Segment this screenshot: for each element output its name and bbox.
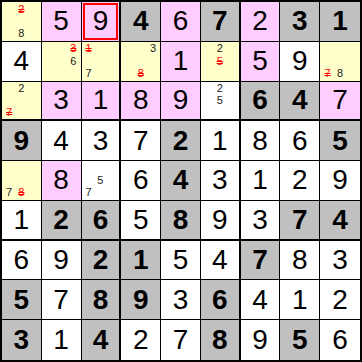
solved-digit: 2 xyxy=(252,7,268,35)
cell-r6c2[interactable]: 2 xyxy=(42,201,82,241)
cell-r4c3[interactable]: 3 xyxy=(82,121,122,161)
solved-digit: 6 xyxy=(332,326,348,354)
pencil-mark: 5 xyxy=(94,174,106,186)
solved-digit: 1 xyxy=(292,286,308,314)
given-digit: 4 xyxy=(332,206,348,234)
cell-r2c5[interactable]: 1 xyxy=(161,42,201,82)
cell-r3c5[interactable]: 9 xyxy=(161,82,201,122)
cell-r4c1[interactable]: 9 xyxy=(2,121,42,161)
cell-r2c3[interactable]: 17 xyxy=(82,42,122,82)
given-digit: 4 xyxy=(173,166,189,194)
cell-r6c7[interactable]: 3 xyxy=(241,201,281,241)
given-digit: 5 xyxy=(292,326,308,354)
cell-r4c2[interactable]: 4 xyxy=(42,121,82,161)
solved-digit: 1 xyxy=(53,326,69,354)
pencil-mark: 6 xyxy=(67,55,79,67)
solved-digit: 9 xyxy=(53,246,69,274)
cell-r7c8[interactable]: 8 xyxy=(280,241,320,281)
given-digit: 6 xyxy=(212,286,228,314)
solved-digit: 3 xyxy=(173,286,189,314)
pencil-marks: 38 xyxy=(122,43,159,80)
solved-digit: 7 xyxy=(53,286,69,314)
cell-r7c7[interactable]: 7 xyxy=(241,241,281,281)
cell-r5c2[interactable]: 8 xyxy=(42,161,82,201)
given-digit: 4 xyxy=(292,86,308,114)
cell-r3c7[interactable]: 6 xyxy=(241,82,281,122)
cell-r9c2[interactable]: 1 xyxy=(42,320,82,360)
given-digit: 3 xyxy=(14,326,30,354)
given-digit: 2 xyxy=(173,127,189,155)
excluded-pencil-mark: 7 xyxy=(3,106,15,118)
excluded-pencil-mark: 3 xyxy=(67,43,79,55)
cell-r1c6[interactable]: 7 xyxy=(201,2,241,42)
solved-digit: 9 xyxy=(292,47,308,75)
solved-digit: 1 xyxy=(212,127,228,155)
excluded-pencil-mark: 8 xyxy=(135,67,147,79)
cell-r6c1[interactable]: 1 xyxy=(2,201,42,241)
solved-digit: 8 xyxy=(53,166,69,194)
excluded-pencil-mark: 2 xyxy=(15,3,27,15)
cell-r2c6[interactable]: 25 xyxy=(201,42,241,82)
cell-r5c4[interactable]: 6 xyxy=(121,161,161,201)
solved-digit: 3 xyxy=(252,206,268,234)
solved-digit: 4 xyxy=(14,47,30,75)
cell-r2c8[interactable]: 9 xyxy=(280,42,320,82)
cell-r3c8[interactable]: 4 xyxy=(280,82,320,122)
cell-r4c4[interactable]: 7 xyxy=(121,121,161,161)
cell-r8c9[interactable]: 2 xyxy=(320,280,360,320)
cell-r6c3[interactable]: 6 xyxy=(82,201,122,241)
cell-r1c1[interactable]: 28 xyxy=(2,2,42,42)
pencil-marks: 57 xyxy=(83,162,119,199)
cell-r1c7[interactable]: 2 xyxy=(241,2,281,42)
pencil-mark: 7 xyxy=(83,187,95,199)
pencil-mark: 2 xyxy=(214,43,226,55)
solved-digit: 3 xyxy=(212,166,228,194)
solved-digit: 5 xyxy=(173,246,189,274)
solved-digit: 5 xyxy=(133,206,149,234)
pencil-marks: 27 xyxy=(3,83,40,119)
cell-r6c6[interactable]: 9 xyxy=(201,201,241,241)
solved-digit: 4 xyxy=(212,246,228,274)
pencil-mark: 7 xyxy=(83,67,95,79)
cell-r3c1[interactable]: 27 xyxy=(2,82,42,122)
cell-r7c6[interactable]: 4 xyxy=(201,241,241,281)
cell-r4c8[interactable]: 6 xyxy=(280,121,320,161)
cell-r5c6[interactable]: 3 xyxy=(201,161,241,201)
cell-r7c1[interactable]: 6 xyxy=(2,241,42,281)
cell-r1c5[interactable]: 6 xyxy=(161,2,201,42)
given-digit: 6 xyxy=(252,86,268,114)
cell-r5c1[interactable]: 78 xyxy=(2,161,42,201)
cell-r9c6[interactable]: 8 xyxy=(201,320,241,360)
cell-r9c9[interactable]: 6 xyxy=(320,320,360,360)
solved-digit: 1 xyxy=(252,166,268,194)
pencil-marks: 25 xyxy=(202,43,238,80)
solved-digit: 1 xyxy=(14,206,30,234)
solved-digit: 5 xyxy=(53,7,69,35)
cell-r5c8[interactable]: 2 xyxy=(280,161,320,201)
cell-r9c5[interactable]: 7 xyxy=(161,320,201,360)
solved-digit: 6 xyxy=(292,127,308,155)
pencil-mark: 7 xyxy=(3,187,15,199)
solved-digit: 7 xyxy=(332,86,348,114)
sudoku-board: 2859467231436173812559782731892564794372… xyxy=(0,0,362,362)
cell-r2c9[interactable]: 78 xyxy=(320,42,360,82)
solved-digit: 3 xyxy=(93,127,109,155)
solved-digit: 8 xyxy=(292,246,308,274)
cell-r6c4[interactable]: 5 xyxy=(121,201,161,241)
given-digit: 1 xyxy=(133,246,149,274)
given-digit: 7 xyxy=(292,206,308,234)
solved-digit: 2 xyxy=(332,286,348,314)
solved-digit: 9 xyxy=(332,166,348,194)
excluded-pencil-mark: 1 xyxy=(83,43,95,55)
given-digit: 2 xyxy=(53,206,69,234)
cell-r8c1[interactable]: 5 xyxy=(2,280,42,320)
given-digit: 3 xyxy=(292,7,308,35)
cell-r5c9[interactable]: 9 xyxy=(320,161,360,201)
cell-r7c5[interactable]: 5 xyxy=(161,241,201,281)
solved-digit: 1 xyxy=(173,47,189,75)
solved-digit: 5 xyxy=(252,47,268,75)
pencil-marks: 36 xyxy=(43,43,80,80)
cell-r7c4[interactable]: 1 xyxy=(121,241,161,281)
cell-r5c3[interactable]: 57 xyxy=(82,161,122,201)
cell-r1c2[interactable]: 5 xyxy=(42,2,82,42)
solved-digit: 2 xyxy=(292,166,308,194)
cell-r9c3[interactable]: 4 xyxy=(82,320,122,360)
cell-r1c9[interactable]: 1 xyxy=(320,2,360,42)
cell-r1c3[interactable]: 9 xyxy=(82,2,122,42)
cell-r4c5[interactable]: 2 xyxy=(161,121,201,161)
pencil-marks: 28 xyxy=(3,3,40,40)
given-digit: 9 xyxy=(14,127,30,155)
cell-r3c6[interactable]: 25 xyxy=(201,82,241,122)
pencil-mark: 3 xyxy=(147,43,159,55)
cell-r4c9[interactable]: 5 xyxy=(320,121,360,161)
cell-r2c7[interactable]: 5 xyxy=(241,42,281,82)
solved-digit: 7 xyxy=(133,127,149,155)
pencil-marks: 78 xyxy=(321,43,359,80)
solved-digit: 9 xyxy=(93,7,109,35)
cell-r7c9[interactable]: 3 xyxy=(320,241,360,281)
solved-digit: 2 xyxy=(133,326,149,354)
cell-r9c1[interactable]: 3 xyxy=(2,320,42,360)
solved-digit: 9 xyxy=(252,326,268,354)
given-digit: 9 xyxy=(133,286,149,314)
solved-digit: 3 xyxy=(53,86,69,114)
cell-r1c8[interactable]: 3 xyxy=(280,2,320,42)
given-digit: 8 xyxy=(173,206,189,234)
given-digit: 7 xyxy=(252,246,268,274)
cell-r8c3[interactable]: 8 xyxy=(82,280,122,320)
pencil-mark: 8 xyxy=(334,67,347,79)
cell-r4c7[interactable]: 8 xyxy=(241,121,281,161)
pencil-mark: 8 xyxy=(15,28,27,40)
cell-r9c4[interactable]: 2 xyxy=(121,320,161,360)
pencil-marks: 25 xyxy=(202,83,238,119)
pencil-marks: 78 xyxy=(3,162,40,199)
solved-digit: 9 xyxy=(173,86,189,114)
cell-r3c4[interactable]: 8 xyxy=(121,82,161,122)
cell-r2c1[interactable]: 4 xyxy=(2,42,42,82)
given-digit: 2 xyxy=(93,246,109,274)
solved-digit: 9 xyxy=(212,206,228,234)
cell-r5c7[interactable]: 1 xyxy=(241,161,281,201)
cell-r1c4[interactable]: 4 xyxy=(121,2,161,42)
solved-digit: 6 xyxy=(133,166,149,194)
cell-r2c4[interactable]: 38 xyxy=(121,42,161,82)
solved-digit: 3 xyxy=(332,246,348,274)
cell-r8c5[interactable]: 3 xyxy=(161,280,201,320)
given-digit: 5 xyxy=(14,286,30,314)
cell-r3c2[interactable]: 3 xyxy=(42,82,82,122)
cell-r6c9[interactable]: 4 xyxy=(320,201,360,241)
cell-r3c3[interactable]: 1 xyxy=(82,82,122,122)
cell-r4c6[interactable]: 1 xyxy=(201,121,241,161)
solved-digit: 8 xyxy=(252,127,268,155)
given-digit: 6 xyxy=(93,206,109,234)
cell-r9c8[interactable]: 5 xyxy=(280,320,320,360)
pencil-mark: 2 xyxy=(15,83,27,95)
given-digit: 4 xyxy=(93,326,109,354)
cell-r2c2[interactable]: 36 xyxy=(42,42,82,82)
excluded-pencil-mark: 5 xyxy=(214,55,226,67)
cell-r8c7[interactable]: 4 xyxy=(241,280,281,320)
given-digit: 8 xyxy=(93,286,109,314)
given-digit: 4 xyxy=(133,7,149,35)
solved-digit: 6 xyxy=(14,246,30,274)
cell-r8c8[interactable]: 1 xyxy=(280,280,320,320)
cell-r8c4[interactable]: 9 xyxy=(121,280,161,320)
given-digit: 5 xyxy=(332,127,348,155)
cell-r7c3[interactable]: 2 xyxy=(82,241,122,281)
cell-r5c5[interactable]: 4 xyxy=(161,161,201,201)
pencil-mark: 2 xyxy=(214,83,226,95)
given-digit: 7 xyxy=(212,7,228,35)
cell-r7c2[interactable]: 9 xyxy=(42,241,82,281)
solved-digit: 1 xyxy=(93,86,109,114)
solved-digit: 6 xyxy=(173,7,189,35)
cell-r6c5[interactable]: 8 xyxy=(161,201,201,241)
pencil-marks: 17 xyxy=(83,43,119,80)
solved-digit: 4 xyxy=(53,127,69,155)
solved-digit: 7 xyxy=(173,326,189,354)
cell-r9c7[interactable]: 9 xyxy=(241,320,281,360)
solved-digit: 4 xyxy=(252,286,268,314)
cell-r3c9[interactable]: 7 xyxy=(320,82,360,122)
cell-r8c2[interactable]: 7 xyxy=(42,280,82,320)
excluded-pencil-mark: 8 xyxy=(15,187,27,199)
given-digit: 8 xyxy=(212,326,228,354)
pencil-mark: 5 xyxy=(214,94,226,106)
excluded-pencil-mark: 7 xyxy=(321,67,334,79)
solved-digit: 8 xyxy=(133,86,149,114)
cell-r8c6[interactable]: 6 xyxy=(201,280,241,320)
cell-r6c8[interactable]: 7 xyxy=(280,201,320,241)
given-digit: 1 xyxy=(332,7,348,35)
